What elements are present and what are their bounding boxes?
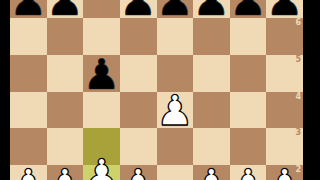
black-pawn-e7[interactable]: ♟	[157, 0, 194, 18]
black-pawn-g7[interactable]: ♟	[230, 0, 267, 18]
square-f4[interactable]	[193, 92, 230, 129]
square-f7[interactable]: ♟	[193, 0, 230, 18]
white-pawn-e4[interactable]: ♟	[157, 92, 194, 129]
black-pawn-d7[interactable]: ♟	[120, 0, 157, 18]
square-a4[interactable]	[10, 92, 47, 129]
square-c3[interactable]: ♟	[83, 128, 120, 165]
square-e2[interactable]	[157, 165, 194, 180]
chess-board[interactable]: ♜♞♝♛♚♝♞8♜♟♟♟♟♟♟7♟6♟5♟4♟3♟♟♟♟♟2♟♜♞♝♛♚♝♞1♜	[10, 0, 303, 180]
square-h2[interactable]: 2♟	[266, 165, 303, 180]
square-a2[interactable]: ♟	[10, 165, 47, 180]
square-d5[interactable]	[120, 55, 157, 92]
white-pawn-d2[interactable]: ♟	[120, 165, 157, 180]
square-e3[interactable]	[157, 128, 194, 165]
square-f3[interactable]	[193, 128, 230, 165]
black-pawn-c5[interactable]: ♟	[83, 55, 120, 92]
square-h7[interactable]: 7♟	[266, 0, 303, 18]
square-g4[interactable]	[230, 92, 267, 129]
square-c2[interactable]	[83, 165, 120, 180]
square-b2[interactable]: ♟	[47, 165, 84, 180]
square-f6[interactable]	[193, 18, 230, 55]
square-f2[interactable]: ♟	[193, 165, 230, 180]
square-h6[interactable]: 6	[266, 18, 303, 55]
square-a3[interactable]	[10, 128, 47, 165]
square-h5[interactable]: 5	[266, 55, 303, 92]
rank-label-2: 2	[295, 165, 301, 174]
video-thumbnail-background: ♜♞♝♛♚♝♞8♜♟♟♟♟♟♟7♟6♟5♟4♟3♟♟♟♟♟2♟♜♞♝♛♚♝♞1♜	[0, 0, 320, 180]
square-b6[interactable]	[47, 18, 84, 55]
rank-label-4: 4	[295, 92, 301, 101]
square-a7[interactable]: ♟	[10, 0, 47, 18]
square-f5[interactable]	[193, 55, 230, 92]
square-b3[interactable]	[47, 128, 84, 165]
square-d4[interactable]	[120, 92, 157, 129]
square-c6[interactable]	[83, 18, 120, 55]
white-pawn-g2[interactable]: ♟	[230, 165, 267, 180]
black-pawn-b7[interactable]: ♟	[47, 0, 84, 18]
square-d6[interactable]	[120, 18, 157, 55]
square-g2[interactable]: ♟	[230, 165, 267, 180]
square-b7[interactable]: ♟	[47, 0, 84, 18]
square-e4[interactable]: ♟	[157, 92, 194, 129]
rank-label-6: 6	[295, 18, 301, 27]
square-e7[interactable]: ♟	[157, 0, 194, 18]
square-g6[interactable]	[230, 18, 267, 55]
square-d7[interactable]: ♟	[120, 0, 157, 18]
white-pawn-f2[interactable]: ♟	[193, 165, 230, 180]
square-h3[interactable]: 3	[266, 128, 303, 165]
square-c4[interactable]	[83, 92, 120, 129]
rank-label-5: 5	[295, 55, 301, 64]
square-e6[interactable]	[157, 18, 194, 55]
square-e5[interactable]	[157, 55, 194, 92]
square-b4[interactable]	[47, 92, 84, 129]
square-c7[interactable]	[83, 0, 120, 18]
black-pawn-h7[interactable]: ♟	[266, 0, 303, 18]
black-pawn-f7[interactable]: ♟	[193, 0, 230, 18]
square-g5[interactable]	[230, 55, 267, 92]
square-g7[interactable]: ♟	[230, 0, 267, 18]
square-d3[interactable]	[120, 128, 157, 165]
square-g3[interactable]	[230, 128, 267, 165]
square-h4[interactable]: 4	[266, 92, 303, 129]
square-a5[interactable]	[10, 55, 47, 92]
white-pawn-a2[interactable]: ♟	[10, 165, 47, 180]
square-a6[interactable]	[10, 18, 47, 55]
square-d2[interactable]: ♟	[120, 165, 157, 180]
square-c5[interactable]: ♟	[83, 55, 120, 92]
white-pawn-b2[interactable]: ♟	[47, 165, 84, 180]
black-pawn-a7[interactable]: ♟	[10, 0, 47, 18]
rank-label-3: 3	[295, 128, 301, 137]
square-b5[interactable]	[47, 55, 84, 92]
